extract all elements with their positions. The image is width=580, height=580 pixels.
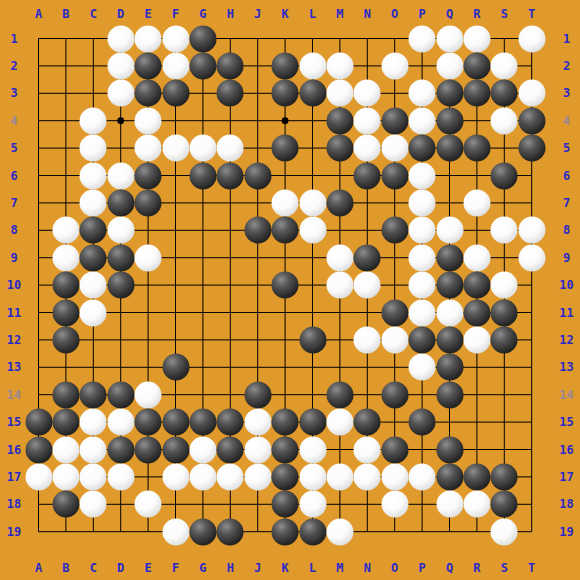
black-stone-N15 xyxy=(354,409,381,436)
white-stone-E1 xyxy=(135,25,162,52)
column-label-H: H xyxy=(227,562,234,574)
white-stone-P3 xyxy=(409,80,436,107)
black-stone-T5 xyxy=(518,135,545,162)
black-stone-M14 xyxy=(326,381,353,408)
white-stone-P6 xyxy=(409,162,436,189)
black-stone-O11 xyxy=(381,299,408,326)
white-stone-M3 xyxy=(326,80,353,107)
black-stone-J14 xyxy=(244,381,271,408)
row-label-6: 6 xyxy=(10,170,17,182)
white-stone-R1 xyxy=(463,25,490,52)
go-board[interactable]: ABCDEFGHJKLMNOPQRST ABCDEFGHJKLMNOPQRST … xyxy=(0,0,580,580)
black-stone-B15 xyxy=(52,409,79,436)
white-stone-C16 xyxy=(80,436,107,463)
row-label-16: 16 xyxy=(7,444,21,456)
column-label-T: T xyxy=(528,8,535,20)
black-stone-Q14 xyxy=(436,381,463,408)
black-stone-K8 xyxy=(272,217,299,244)
black-stone-C14 xyxy=(80,381,107,408)
black-stone-R5 xyxy=(463,135,490,162)
white-stone-N16 xyxy=(354,436,381,463)
black-stone-K2 xyxy=(272,52,299,79)
column-label-J: J xyxy=(254,562,261,574)
row-label-12: 12 xyxy=(7,334,21,346)
white-stone-F17 xyxy=(162,463,189,490)
black-stone-Q16 xyxy=(436,436,463,463)
black-stone-O16 xyxy=(381,436,408,463)
black-stone-H2 xyxy=(217,52,244,79)
black-stone-P12 xyxy=(409,326,436,353)
black-stone-R17 xyxy=(463,463,490,490)
white-stone-N17 xyxy=(354,463,381,490)
black-stone-L19 xyxy=(299,518,326,545)
row-label-19: 19 xyxy=(7,526,21,538)
black-stone-B10 xyxy=(52,272,79,299)
white-stone-D6 xyxy=(107,162,134,189)
row-label-19: 19 xyxy=(559,526,573,538)
white-stone-M19 xyxy=(326,518,353,545)
white-stone-O5 xyxy=(381,135,408,162)
row-label-1: 1 xyxy=(10,33,17,45)
white-stone-L7 xyxy=(299,189,326,216)
white-stone-F1 xyxy=(162,25,189,52)
row-label-2: 2 xyxy=(10,60,17,72)
column-label-E: E xyxy=(144,562,151,574)
white-stone-D2 xyxy=(107,52,134,79)
black-stone-L15 xyxy=(299,409,326,436)
column-label-F: F xyxy=(172,8,179,20)
black-stone-K15 xyxy=(272,409,299,436)
black-stone-K3 xyxy=(272,80,299,107)
white-stone-P4 xyxy=(409,107,436,134)
black-stone-B12 xyxy=(52,326,79,353)
column-label-M: M xyxy=(336,8,343,20)
row-label-18: 18 xyxy=(559,498,573,510)
white-stone-S2 xyxy=(491,52,518,79)
white-stone-M17 xyxy=(326,463,353,490)
white-stone-B17 xyxy=(52,463,79,490)
black-stone-Q13 xyxy=(436,354,463,381)
black-stone-D10 xyxy=(107,272,134,299)
white-stone-C4 xyxy=(80,107,107,134)
black-stone-Q5 xyxy=(436,135,463,162)
white-stone-C17 xyxy=(80,463,107,490)
column-label-L: L xyxy=(309,562,316,574)
row-label-5: 5 xyxy=(563,142,570,154)
column-label-P: P xyxy=(418,8,425,20)
black-stone-F16 xyxy=(162,436,189,463)
black-stone-E3 xyxy=(135,80,162,107)
column-label-K: K xyxy=(281,8,288,20)
row-label-1: 1 xyxy=(563,33,570,45)
white-stone-C5 xyxy=(80,135,107,162)
black-stone-Q12 xyxy=(436,326,463,353)
white-stone-L17 xyxy=(299,463,326,490)
black-stone-Q17 xyxy=(436,463,463,490)
black-stone-K5 xyxy=(272,135,299,162)
white-stone-C10 xyxy=(80,272,107,299)
row-label-4: 4 xyxy=(563,115,570,127)
white-stone-N12 xyxy=(354,326,381,353)
black-stone-F3 xyxy=(162,80,189,107)
white-stone-S8 xyxy=(491,217,518,244)
white-stone-R12 xyxy=(463,326,490,353)
row-label-14: 14 xyxy=(559,389,573,401)
white-stone-K7 xyxy=(272,189,299,216)
black-stone-Q3 xyxy=(436,80,463,107)
row-label-3: 3 xyxy=(563,87,570,99)
row-label-2: 2 xyxy=(563,60,570,72)
column-label-N: N xyxy=(364,562,371,574)
row-label-7: 7 xyxy=(10,197,17,209)
column-label-G: G xyxy=(199,8,206,20)
white-stone-D3 xyxy=(107,80,134,107)
white-stone-O18 xyxy=(381,491,408,518)
white-stone-P13 xyxy=(409,354,436,381)
black-stone-H19 xyxy=(217,518,244,545)
row-label-7: 7 xyxy=(563,197,570,209)
black-stone-R2 xyxy=(463,52,490,79)
column-label-Q: Q xyxy=(446,562,453,574)
white-stone-G16 xyxy=(189,436,216,463)
white-stone-J16 xyxy=(244,436,271,463)
row-label-8: 8 xyxy=(10,224,17,236)
black-stone-K10 xyxy=(272,272,299,299)
white-stone-M10 xyxy=(326,272,353,299)
white-stone-B8 xyxy=(52,217,79,244)
row-label-9: 9 xyxy=(563,252,570,264)
white-stone-D1 xyxy=(107,25,134,52)
black-stone-E7 xyxy=(135,189,162,216)
black-stone-R11 xyxy=(463,299,490,326)
black-stone-L3 xyxy=(299,80,326,107)
row-label-4: 4 xyxy=(10,115,17,127)
black-stone-D16 xyxy=(107,436,134,463)
white-stone-C15 xyxy=(80,409,107,436)
white-stone-E4 xyxy=(135,107,162,134)
white-stone-M9 xyxy=(326,244,353,271)
black-stone-D14 xyxy=(107,381,134,408)
star-point xyxy=(282,117,289,124)
row-label-9: 9 xyxy=(10,252,17,264)
column-label-S: S xyxy=(501,562,508,574)
row-label-11: 11 xyxy=(7,307,21,319)
black-stone-A16 xyxy=(25,436,52,463)
white-stone-N3 xyxy=(354,80,381,107)
black-stone-K17 xyxy=(272,463,299,490)
white-stone-M2 xyxy=(326,52,353,79)
black-stone-K19 xyxy=(272,518,299,545)
white-stone-L2 xyxy=(299,52,326,79)
black-stone-D9 xyxy=(107,244,134,271)
column-label-M: M xyxy=(336,562,343,574)
black-stone-B18 xyxy=(52,491,79,518)
white-stone-C7 xyxy=(80,189,107,216)
black-stone-N6 xyxy=(354,162,381,189)
column-label-Q: Q xyxy=(446,8,453,20)
row-label-5: 5 xyxy=(10,142,17,154)
column-label-R: R xyxy=(473,562,480,574)
white-stone-N5 xyxy=(354,135,381,162)
column-label-T: T xyxy=(528,562,535,574)
white-stone-E18 xyxy=(135,491,162,518)
white-stone-Q2 xyxy=(436,52,463,79)
column-label-A: A xyxy=(35,8,42,20)
white-stone-G17 xyxy=(189,463,216,490)
white-stone-M15 xyxy=(326,409,353,436)
star-point xyxy=(117,117,124,124)
row-label-3: 3 xyxy=(10,87,17,99)
white-stone-F5 xyxy=(162,135,189,162)
column-label-E: E xyxy=(144,8,151,20)
black-stone-E2 xyxy=(135,52,162,79)
column-label-D: D xyxy=(117,562,124,574)
white-stone-B9 xyxy=(52,244,79,271)
column-label-C: C xyxy=(90,562,97,574)
white-stone-T9 xyxy=(518,244,545,271)
black-stone-M5 xyxy=(326,135,353,162)
black-stone-O14 xyxy=(381,381,408,408)
white-stone-R7 xyxy=(463,189,490,216)
black-stone-G6 xyxy=(189,162,216,189)
black-stone-H3 xyxy=(217,80,244,107)
black-stone-Q4 xyxy=(436,107,463,134)
black-stone-O4 xyxy=(381,107,408,134)
white-stone-P9 xyxy=(409,244,436,271)
row-label-11: 11 xyxy=(559,307,573,319)
white-stone-D8 xyxy=(107,217,134,244)
black-stone-T4 xyxy=(518,107,545,134)
column-label-C: C xyxy=(90,8,97,20)
column-label-A: A xyxy=(35,562,42,574)
row-label-17: 17 xyxy=(559,471,573,483)
white-stone-E14 xyxy=(135,381,162,408)
column-label-N: N xyxy=(364,8,371,20)
row-label-12: 12 xyxy=(559,334,573,346)
white-stone-O17 xyxy=(381,463,408,490)
white-stone-B16 xyxy=(52,436,79,463)
black-stone-G15 xyxy=(189,409,216,436)
row-label-6: 6 xyxy=(563,170,570,182)
black-stone-G2 xyxy=(189,52,216,79)
black-stone-F15 xyxy=(162,409,189,436)
white-stone-T8 xyxy=(518,217,545,244)
column-label-R: R xyxy=(473,8,480,20)
white-stone-E9 xyxy=(135,244,162,271)
white-stone-Q8 xyxy=(436,217,463,244)
row-label-8: 8 xyxy=(563,224,570,236)
white-stone-F19 xyxy=(162,518,189,545)
white-stone-R18 xyxy=(463,491,490,518)
black-stone-B11 xyxy=(52,299,79,326)
white-stone-L18 xyxy=(299,491,326,518)
column-label-B: B xyxy=(62,8,69,20)
black-stone-K16 xyxy=(272,436,299,463)
white-stone-D17 xyxy=(107,463,134,490)
black-stone-J8 xyxy=(244,217,271,244)
white-stone-O2 xyxy=(381,52,408,79)
white-stone-P17 xyxy=(409,463,436,490)
white-stone-Q1 xyxy=(436,25,463,52)
black-stone-N9 xyxy=(354,244,381,271)
white-stone-J17 xyxy=(244,463,271,490)
black-stone-E6 xyxy=(135,162,162,189)
black-stone-J6 xyxy=(244,162,271,189)
black-stone-G1 xyxy=(189,25,216,52)
column-label-B: B xyxy=(62,562,69,574)
column-label-P: P xyxy=(418,562,425,574)
column-label-J: J xyxy=(254,8,261,20)
black-stone-C8 xyxy=(80,217,107,244)
white-stone-H17 xyxy=(217,463,244,490)
white-stone-S19 xyxy=(491,518,518,545)
white-stone-C18 xyxy=(80,491,107,518)
row-label-10: 10 xyxy=(7,279,21,291)
white-stone-E5 xyxy=(135,135,162,162)
column-label-H: H xyxy=(227,8,234,20)
white-stone-T1 xyxy=(518,25,545,52)
row-label-15: 15 xyxy=(559,416,573,428)
black-stone-F13 xyxy=(162,354,189,381)
white-stone-C11 xyxy=(80,299,107,326)
row-label-17: 17 xyxy=(7,471,21,483)
white-stone-F2 xyxy=(162,52,189,79)
white-stone-P7 xyxy=(409,189,436,216)
white-stone-O12 xyxy=(381,326,408,353)
white-stone-D15 xyxy=(107,409,134,436)
black-stone-M7 xyxy=(326,189,353,216)
column-label-O: O xyxy=(391,8,398,20)
row-label-13: 13 xyxy=(7,361,21,373)
black-stone-B14 xyxy=(52,381,79,408)
black-stone-R3 xyxy=(463,80,490,107)
row-label-13: 13 xyxy=(559,361,573,373)
white-stone-T3 xyxy=(518,80,545,107)
black-stone-H16 xyxy=(217,436,244,463)
white-stone-R9 xyxy=(463,244,490,271)
black-stone-L12 xyxy=(299,326,326,353)
white-stone-L8 xyxy=(299,217,326,244)
white-stone-C6 xyxy=(80,162,107,189)
black-stone-S17 xyxy=(491,463,518,490)
row-label-14: 14 xyxy=(7,389,21,401)
black-stone-O8 xyxy=(381,217,408,244)
black-stone-C9 xyxy=(80,244,107,271)
black-stone-D7 xyxy=(107,189,134,216)
white-stone-Q11 xyxy=(436,299,463,326)
black-stone-P15 xyxy=(409,409,436,436)
white-stone-N4 xyxy=(354,107,381,134)
white-stone-P1 xyxy=(409,25,436,52)
white-stone-G5 xyxy=(189,135,216,162)
black-stone-R10 xyxy=(463,272,490,299)
black-stone-S6 xyxy=(491,162,518,189)
black-stone-O6 xyxy=(381,162,408,189)
black-stone-S12 xyxy=(491,326,518,353)
black-stone-S3 xyxy=(491,80,518,107)
column-label-L: L xyxy=(309,8,316,20)
column-label-F: F xyxy=(172,562,179,574)
row-label-16: 16 xyxy=(559,444,573,456)
black-stone-Q9 xyxy=(436,244,463,271)
black-stone-E15 xyxy=(135,409,162,436)
black-stone-H6 xyxy=(217,162,244,189)
row-label-15: 15 xyxy=(7,416,21,428)
white-stone-S4 xyxy=(491,107,518,134)
white-stone-H5 xyxy=(217,135,244,162)
white-stone-P11 xyxy=(409,299,436,326)
column-label-S: S xyxy=(501,8,508,20)
row-label-18: 18 xyxy=(7,498,21,510)
white-stone-L16 xyxy=(299,436,326,463)
white-stone-A17 xyxy=(25,463,52,490)
black-stone-S18 xyxy=(491,491,518,518)
black-stone-M4 xyxy=(326,107,353,134)
column-label-K: K xyxy=(281,562,288,574)
black-stone-K18 xyxy=(272,491,299,518)
white-stone-P10 xyxy=(409,272,436,299)
black-stone-H15 xyxy=(217,409,244,436)
black-stone-E16 xyxy=(135,436,162,463)
column-label-D: D xyxy=(117,8,124,20)
black-stone-G19 xyxy=(189,518,216,545)
white-stone-S10 xyxy=(491,272,518,299)
column-label-G: G xyxy=(199,562,206,574)
black-stone-S11 xyxy=(491,299,518,326)
white-stone-P8 xyxy=(409,217,436,244)
white-stone-Q18 xyxy=(436,491,463,518)
black-stone-Q10 xyxy=(436,272,463,299)
white-stone-J15 xyxy=(244,409,271,436)
column-label-O: O xyxy=(391,562,398,574)
black-stone-A15 xyxy=(25,409,52,436)
row-label-10: 10 xyxy=(559,279,573,291)
black-stone-P5 xyxy=(409,135,436,162)
white-stone-N10 xyxy=(354,272,381,299)
